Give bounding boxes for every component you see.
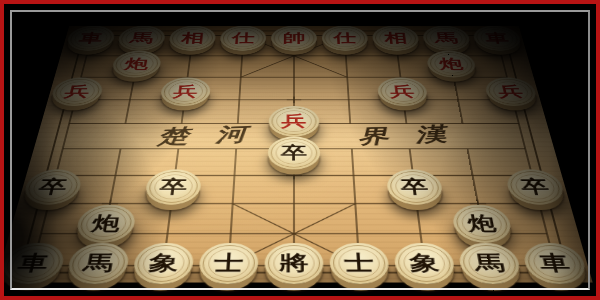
board-point[interactable] bbox=[198, 205, 263, 243]
board-point[interactable] bbox=[134, 205, 201, 243]
black-piece[interactable]: 車 bbox=[521, 243, 590, 284]
board-point[interactable]: 帥 bbox=[268, 26, 320, 51]
black-piece[interactable]: 卒 bbox=[386, 169, 445, 204]
board-point[interactable] bbox=[94, 106, 156, 137]
board-point[interactable] bbox=[377, 106, 437, 137]
board-point[interactable] bbox=[79, 169, 146, 204]
piece-character: 卒 bbox=[37, 177, 69, 195]
piece-character: 相 bbox=[180, 31, 204, 44]
board-point[interactable] bbox=[202, 169, 265, 204]
board-point[interactable] bbox=[323, 137, 383, 170]
piece-character: 象 bbox=[408, 252, 440, 273]
piece-character: 炮 bbox=[438, 57, 464, 70]
board-point[interactable]: 馬 bbox=[419, 26, 475, 51]
piece-character: 帥 bbox=[283, 31, 306, 44]
board-point[interactable]: 士 bbox=[326, 243, 394, 284]
board-point[interactable] bbox=[442, 169, 509, 204]
board-point[interactable] bbox=[266, 77, 321, 106]
board-point[interactable]: 兵 bbox=[265, 106, 322, 137]
board-point[interactable]: 兵 bbox=[480, 77, 541, 106]
board-point[interactable] bbox=[371, 51, 427, 78]
piece-character: 兵 bbox=[173, 84, 199, 98]
black-piece[interactable]: 將 bbox=[264, 243, 324, 284]
board-point[interactable] bbox=[161, 51, 217, 78]
board-point[interactable] bbox=[322, 106, 380, 137]
black-piece[interactable]: 炮 bbox=[451, 205, 515, 243]
piece-character: 兵 bbox=[389, 84, 415, 98]
board-point[interactable] bbox=[146, 137, 208, 170]
board-point[interactable] bbox=[54, 51, 113, 78]
board-point[interactable] bbox=[214, 51, 268, 78]
red-piece[interactable]: 馬 bbox=[116, 26, 166, 51]
red-piece[interactable]: 帥 bbox=[271, 26, 317, 51]
board-point[interactable]: 兵 bbox=[46, 77, 107, 106]
red-piece[interactable]: 仕 bbox=[321, 26, 368, 51]
board-point[interactable]: 卒 bbox=[141, 169, 206, 204]
black-piece[interactable]: 卒 bbox=[504, 169, 567, 204]
piece-character: 馬 bbox=[434, 31, 459, 44]
board-point[interactable]: 卒 bbox=[264, 137, 323, 170]
board-point[interactable] bbox=[380, 137, 442, 170]
board-point[interactable]: 炮 bbox=[447, 205, 517, 243]
board-point[interactable]: 車 bbox=[517, 243, 593, 284]
board-point[interactable] bbox=[208, 106, 266, 137]
board-point[interactable] bbox=[262, 205, 326, 243]
board-point[interactable]: 仕 bbox=[319, 26, 371, 51]
black-piece[interactable]: 卒 bbox=[267, 137, 320, 170]
scene: 楚河 界漢 車馬相仕帥仕相馬車炮炮兵兵兵兵兵卒卒卒卒卒炮炮車馬象士將士象馬車 bbox=[4, 4, 596, 296]
red-piece[interactable]: 相 bbox=[168, 26, 217, 51]
board-point[interactable]: 車 bbox=[62, 26, 119, 51]
piece-character: 將 bbox=[279, 252, 309, 273]
piece-character: 卒 bbox=[400, 177, 429, 195]
board-point[interactable] bbox=[7, 205, 79, 243]
red-piece[interactable]: 車 bbox=[471, 26, 523, 51]
piece-character: 兵 bbox=[63, 84, 91, 98]
board-point[interactable] bbox=[101, 77, 161, 106]
board-point[interactable]: 炮 bbox=[108, 51, 166, 78]
board-point[interactable]: 馬 bbox=[454, 243, 527, 284]
board-point[interactable] bbox=[325, 205, 390, 243]
board-point[interactable]: 炮 bbox=[71, 205, 141, 243]
board-point[interactable]: 兵 bbox=[374, 77, 432, 106]
black-piece[interactable]: 馬 bbox=[65, 243, 132, 284]
piece-character: 炮 bbox=[124, 57, 150, 70]
red-piece[interactable]: 兵 bbox=[377, 77, 429, 106]
piece-character: 士 bbox=[213, 252, 244, 273]
piece-character: 卒 bbox=[159, 177, 188, 195]
board-point[interactable] bbox=[324, 169, 387, 204]
board-point[interactable] bbox=[494, 137, 560, 170]
board-point[interactable] bbox=[87, 137, 151, 170]
piece-character: 卒 bbox=[519, 177, 551, 195]
board-point[interactable]: 卒 bbox=[18, 169, 87, 204]
piece-character: 相 bbox=[383, 31, 407, 44]
board-point[interactable]: 卒 bbox=[383, 169, 448, 204]
red-piece[interactable]: 車 bbox=[65, 26, 117, 51]
board-point[interactable]: 馬 bbox=[61, 243, 134, 284]
red-piece[interactable]: 馬 bbox=[421, 26, 471, 51]
board-point[interactable]: 相 bbox=[165, 26, 219, 51]
piece-character: 車 bbox=[78, 31, 104, 44]
board-point[interactable] bbox=[474, 51, 533, 78]
board-point[interactable] bbox=[267, 51, 320, 78]
piece-character: 兵 bbox=[497, 84, 525, 98]
piece-character: 卒 bbox=[281, 144, 307, 160]
piece-character: 炮 bbox=[90, 213, 122, 232]
black-piece[interactable]: 象 bbox=[131, 243, 195, 284]
board-point[interactable]: 象 bbox=[390, 243, 460, 284]
black-piece[interactable]: 士 bbox=[329, 243, 390, 284]
board-point[interactable] bbox=[320, 51, 374, 78]
piece-character: 車 bbox=[16, 252, 51, 273]
board-point[interactable]: 炮 bbox=[423, 51, 481, 78]
board-point[interactable] bbox=[205, 137, 265, 170]
board-point[interactable] bbox=[432, 106, 494, 137]
black-piece[interactable]: 馬 bbox=[457, 243, 524, 284]
black-piece[interactable]: 車 bbox=[4, 243, 67, 284]
board-point[interactable]: 仕 bbox=[217, 26, 269, 51]
red-piece[interactable]: 兵 bbox=[268, 106, 319, 137]
black-piece[interactable]: 卒 bbox=[21, 169, 84, 204]
board-point[interactable]: 車 bbox=[469, 26, 526, 51]
board-point[interactable] bbox=[151, 106, 211, 137]
red-piece[interactable]: 兵 bbox=[49, 77, 105, 106]
board-point[interactable] bbox=[28, 137, 94, 170]
red-piece[interactable]: 相 bbox=[371, 26, 420, 51]
piece-character: 仕 bbox=[333, 31, 357, 44]
black-piece[interactable]: 卒 bbox=[144, 169, 203, 204]
xiangqi-board: 楚河 界漢 車馬相仕帥仕相馬車炮炮兵兵兵兵兵卒卒卒卒卒炮炮車馬象士將士象馬車 bbox=[4, 26, 593, 283]
piece-character: 仕 bbox=[231, 31, 255, 44]
board-point[interactable]: 象 bbox=[128, 243, 198, 284]
black-piece[interactable]: 士 bbox=[198, 243, 259, 284]
board-point[interactable]: 相 bbox=[369, 26, 423, 51]
black-piece[interactable]: 象 bbox=[393, 243, 457, 284]
board-point[interactable]: 兵 bbox=[156, 77, 214, 106]
board-point[interactable] bbox=[37, 106, 101, 137]
black-piece[interactable]: 炮 bbox=[74, 205, 138, 243]
piece-character: 兵 bbox=[281, 113, 306, 128]
piece-character: 馬 bbox=[82, 252, 115, 273]
piece-character: 車 bbox=[484, 31, 510, 44]
board-point[interactable]: 卒 bbox=[501, 169, 570, 204]
red-piece[interactable]: 兵 bbox=[159, 77, 211, 106]
piece-character: 馬 bbox=[129, 31, 154, 44]
board-point[interactable] bbox=[427, 77, 487, 106]
red-piece[interactable]: 仕 bbox=[219, 26, 266, 51]
board-point[interactable] bbox=[321, 77, 377, 106]
board-point[interactable]: 馬 bbox=[114, 26, 170, 51]
red-piece[interactable]: 炮 bbox=[425, 51, 477, 78]
board-grid: 車馬相仕帥仕相馬車炮炮兵兵兵兵兵卒卒卒卒卒炮炮車馬象士將士象馬車 bbox=[4, 26, 593, 283]
board-point[interactable] bbox=[211, 77, 267, 106]
red-piece[interactable]: 炮 bbox=[110, 51, 162, 78]
piece-character: 車 bbox=[537, 252, 572, 273]
red-piece[interactable]: 兵 bbox=[483, 77, 539, 106]
piece-character: 象 bbox=[148, 252, 180, 273]
board-point[interactable]: 士 bbox=[194, 243, 262, 284]
piece-character: 士 bbox=[344, 252, 375, 273]
board-point[interactable]: 將 bbox=[261, 243, 327, 284]
piece-character: 炮 bbox=[466, 213, 498, 232]
photo-frame: 楚河 界漢 車馬相仕帥仕相馬車炮炮兵兵兵兵兵卒卒卒卒卒炮炮車馬象士將士象馬車 bbox=[0, 0, 600, 300]
piece-character: 馬 bbox=[473, 252, 506, 273]
board-point[interactable] bbox=[386, 205, 453, 243]
board-point[interactable] bbox=[509, 205, 581, 243]
board-point[interactable] bbox=[487, 106, 551, 137]
board-point[interactable]: 車 bbox=[4, 243, 71, 284]
board-point[interactable] bbox=[437, 137, 501, 170]
board-point[interactable] bbox=[263, 169, 324, 204]
